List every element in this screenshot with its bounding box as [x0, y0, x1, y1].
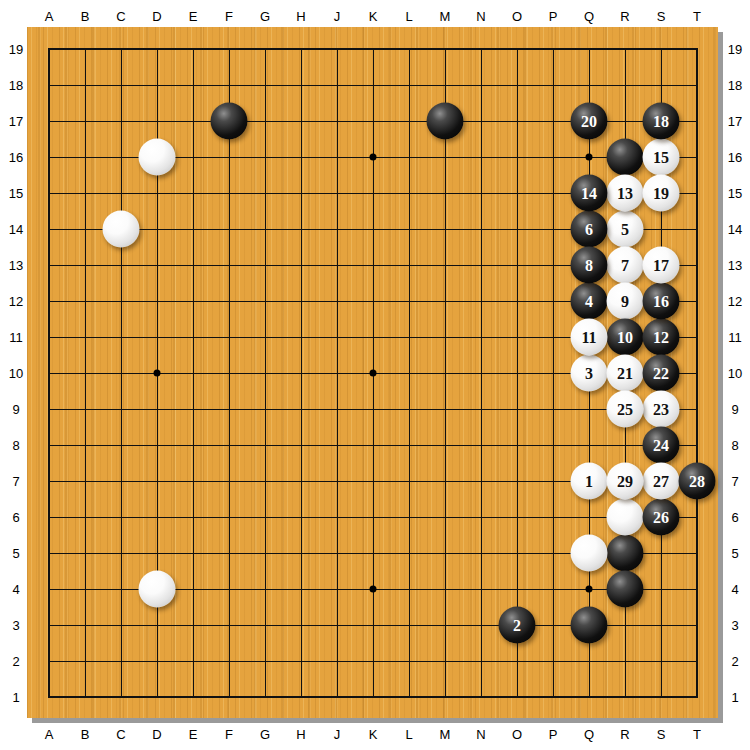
coord-label: 15: [728, 186, 742, 201]
move-number: 5: [621, 221, 629, 237]
move-number: 4: [585, 293, 593, 309]
coord-label: J: [334, 727, 341, 742]
coord-label: H: [296, 727, 305, 742]
move-number: 24: [653, 437, 669, 453]
stone-black-F17: [211, 103, 248, 140]
coord-label: 15: [9, 186, 23, 201]
coord-label: 6: [12, 510, 19, 525]
coord-label: 9: [12, 402, 19, 417]
move-number: 25: [617, 401, 633, 417]
coord-label: K: [369, 727, 378, 742]
coord-label: 1: [12, 690, 19, 705]
move-number: 15: [653, 149, 669, 165]
coord-label: 11: [728, 330, 742, 345]
grid-line-horizontal: [49, 661, 697, 662]
coord-label: 10: [9, 366, 23, 381]
coord-label: 17: [728, 114, 742, 129]
coord-label: J: [334, 9, 341, 24]
coord-label: N: [476, 9, 485, 24]
coord-label: T: [693, 727, 701, 742]
coord-label: G: [260, 9, 270, 24]
stone-white-Q10: 3: [571, 355, 608, 392]
move-number: 22: [653, 365, 669, 381]
stone-black-S11: 12: [643, 319, 680, 356]
stone-white-C14: [103, 211, 140, 248]
coord-label: 19: [728, 42, 742, 57]
grid-line-vertical: [553, 49, 554, 697]
grid-line-vertical: [409, 49, 410, 697]
move-number: 9: [621, 293, 629, 309]
stone-white-Q7: 1: [571, 463, 608, 500]
stone-black-S6: 26: [643, 499, 680, 536]
star-point: [586, 154, 593, 161]
move-number: 29: [617, 473, 633, 489]
move-number: 19: [653, 185, 669, 201]
coord-label: H: [296, 9, 305, 24]
coord-label: 13: [9, 258, 23, 273]
move-number: 3: [585, 365, 593, 381]
coord-label: 2: [12, 654, 19, 669]
grid-line-vertical: [517, 49, 518, 697]
star-point: [370, 154, 377, 161]
coord-label: 10: [728, 366, 742, 381]
coord-label: 18: [728, 78, 742, 93]
stone-white-R6: [607, 499, 644, 536]
coord-label: 5: [731, 546, 738, 561]
star-point: [370, 586, 377, 593]
go-board-diagram: 1234567891011121314151617181920212223242…: [0, 0, 750, 750]
stone-black-O3: 2: [499, 607, 536, 644]
coord-label: 2: [731, 654, 738, 669]
coord-label: Q: [584, 9, 594, 24]
coord-label: 11: [9, 330, 23, 345]
stone-white-R9: 25: [607, 391, 644, 428]
move-number: 12: [653, 329, 669, 345]
stone-white-R13: 7: [607, 247, 644, 284]
coord-label: 16: [728, 150, 742, 165]
move-number: 20: [581, 113, 597, 129]
grid-line-horizontal: [49, 517, 697, 518]
coord-label: 16: [9, 150, 23, 165]
coord-label: N: [476, 727, 485, 742]
stone-white-R10: 21: [607, 355, 644, 392]
coord-label: 14: [728, 222, 742, 237]
move-number: 8: [585, 257, 593, 273]
move-number: 16: [653, 293, 669, 309]
stone-white-D16: [139, 139, 176, 176]
coord-label: E: [189, 727, 198, 742]
star-point: [154, 370, 161, 377]
move-number: 6: [585, 221, 593, 237]
stone-white-S9: 23: [643, 391, 680, 428]
move-number: 26: [653, 509, 669, 525]
coord-label: S: [657, 9, 666, 24]
coord-label: P: [549, 9, 558, 24]
stone-black-R4: [607, 571, 644, 608]
stone-black-R5: [607, 535, 644, 572]
go-board[interactable]: 1234567891011121314151617181920212223242…: [27, 27, 718, 718]
stone-white-S15: 19: [643, 175, 680, 212]
coord-label: B: [81, 727, 90, 742]
coord-label: D: [152, 727, 161, 742]
move-number: 21: [617, 365, 633, 381]
coord-label: 7: [12, 474, 19, 489]
coord-label: A: [45, 9, 54, 24]
move-number: 11: [581, 329, 596, 345]
coord-label: K: [369, 9, 378, 24]
coord-label: C: [116, 9, 125, 24]
coord-label: O: [512, 727, 522, 742]
coord-label: 3: [731, 618, 738, 633]
coord-label: 6: [731, 510, 738, 525]
coord-label: L: [405, 9, 412, 24]
stone-white-R14: 5: [607, 211, 644, 248]
coord-label: 8: [12, 438, 19, 453]
coord-label: M: [440, 727, 451, 742]
grid-line-horizontal: [49, 409, 697, 410]
coord-label: 19: [9, 42, 23, 57]
coord-label: 4: [731, 582, 738, 597]
grid-line-vertical: [481, 49, 482, 697]
star-point: [370, 370, 377, 377]
coord-label: R: [620, 727, 629, 742]
coord-label: F: [225, 9, 233, 24]
stone-black-R11: 10: [607, 319, 644, 356]
coord-label: 8: [731, 438, 738, 453]
coord-label: D: [152, 9, 161, 24]
coord-label: 5: [12, 546, 19, 561]
coord-label: 4: [12, 582, 19, 597]
coord-label: 3: [12, 618, 19, 633]
move-number: 23: [653, 401, 669, 417]
coord-label: 18: [9, 78, 23, 93]
move-number: 13: [617, 185, 633, 201]
coord-label: 9: [731, 402, 738, 417]
stone-black-Q3: [571, 607, 608, 644]
coord-label: T: [693, 9, 701, 24]
stone-black-S12: 16: [643, 283, 680, 320]
star-point: [586, 586, 593, 593]
coord-label: E: [189, 9, 198, 24]
coord-label: C: [116, 727, 125, 742]
coord-label: F: [225, 727, 233, 742]
coord-label: 12: [728, 294, 742, 309]
stone-white-R15: 13: [607, 175, 644, 212]
stone-white-Q5: [571, 535, 608, 572]
move-number: 28: [689, 473, 705, 489]
stone-black-S8: 24: [643, 427, 680, 464]
coord-label: 12: [9, 294, 23, 309]
move-number: 14: [581, 185, 597, 201]
stone-white-R7: 29: [607, 463, 644, 500]
stone-black-Q14: 6: [571, 211, 608, 248]
move-number: 17: [653, 257, 669, 273]
stone-white-R12: 9: [607, 283, 644, 320]
stone-white-Q11: 11: [571, 319, 608, 356]
stone-white-S16: 15: [643, 139, 680, 176]
stone-black-Q13: 8: [571, 247, 608, 284]
coord-label: P: [549, 727, 558, 742]
stone-white-D4: [139, 571, 176, 608]
coord-label: 14: [9, 222, 23, 237]
coord-label: A: [45, 727, 54, 742]
stone-black-Q17: 20: [571, 103, 608, 140]
coord-label: R: [620, 9, 629, 24]
stone-white-S13: 17: [643, 247, 680, 284]
move-number: 7: [621, 257, 629, 273]
stone-black-T7: 28: [679, 463, 716, 500]
grid-line-vertical: [445, 49, 446, 697]
stone-black-Q15: 14: [571, 175, 608, 212]
coord-label: Q: [584, 727, 594, 742]
coord-label: 13: [728, 258, 742, 273]
stone-black-R16: [607, 139, 644, 176]
move-number: 10: [617, 329, 633, 345]
stone-black-S10: 22: [643, 355, 680, 392]
coord-label: G: [260, 727, 270, 742]
coord-label: O: [512, 9, 522, 24]
coord-label: 17: [9, 114, 23, 129]
coord-label: B: [81, 9, 90, 24]
coord-label: L: [405, 727, 412, 742]
move-number: 27: [653, 473, 669, 489]
move-number: 18: [653, 113, 669, 129]
grid-line-horizontal: [49, 445, 697, 446]
coord-label: M: [440, 9, 451, 24]
stone-white-S7: 27: [643, 463, 680, 500]
coord-label: 7: [731, 474, 738, 489]
coord-label: S: [657, 727, 666, 742]
stone-black-Q12: 4: [571, 283, 608, 320]
move-number: 1: [585, 473, 593, 489]
stone-black-M17: [427, 103, 464, 140]
coord-label: 1: [731, 690, 738, 705]
stone-black-S17: 18: [643, 103, 680, 140]
move-number: 2: [513, 617, 521, 633]
